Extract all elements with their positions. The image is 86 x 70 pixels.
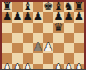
square-e6[interactable]: [43, 23, 53, 33]
black-pawn-h7[interactable]: ♟: [74, 12, 84, 22]
white-pawn-e4[interactable]: ♟: [43, 43, 53, 53]
square-d3[interactable]: [33, 53, 43, 63]
square-c5[interactable]: [23, 33, 33, 43]
square-b7[interactable]: ♟: [12, 12, 22, 22]
white-pawn-h2[interactable]: ♟: [74, 63, 84, 69]
square-f4[interactable]: [53, 43, 63, 53]
square-e3[interactable]: [43, 53, 53, 63]
square-a5[interactable]: [2, 33, 12, 43]
ghost-black-pawn-d4[interactable]: ♟: [33, 43, 43, 53]
square-e4[interactable]: ♟: [43, 43, 53, 53]
square-a4[interactable]: [2, 43, 12, 53]
square-c6[interactable]: [23, 23, 33, 33]
square-b4[interactable]: [12, 43, 22, 53]
square-f6[interactable]: ♛: [53, 23, 63, 33]
square-g7[interactable]: ♟: [64, 12, 74, 22]
black-pawn-d7[interactable]: ♟: [33, 12, 43, 22]
square-a2[interactable]: ♟: [2, 64, 12, 70]
square-h2[interactable]: ♟: [74, 64, 84, 70]
white-pawn-f2[interactable]: ♟: [53, 63, 63, 69]
square-c7[interactable]: ♟: [23, 12, 33, 22]
black-pawn-g7[interactable]: ♟: [64, 12, 74, 22]
white-pawn-g2[interactable]: ♟: [64, 63, 74, 69]
chess-board: ♜♝♚♝♞♜♟♟♟♟♟♟♟♛♟♟♟♟♟♟♟♟: [2, 2, 84, 69]
square-g6[interactable]: [64, 23, 74, 33]
square-f5[interactable]: [53, 33, 63, 43]
square-e8[interactable]: ♚: [43, 2, 53, 12]
square-a6[interactable]: [2, 23, 12, 33]
square-e7[interactable]: [43, 12, 53, 22]
black-king-e8[interactable]: ♚: [43, 2, 53, 12]
square-h7[interactable]: ♟: [74, 12, 84, 22]
square-g2[interactable]: ♟: [64, 64, 74, 70]
chess-app: ♜♝♚♝♞♜♟♟♟♟♟♟♟♛♟♟♟♟♟♟♟♟: [0, 0, 86, 69]
square-f2[interactable]: ♟: [53, 64, 63, 70]
black-queen-f6[interactable]: ♛: [53, 22, 63, 32]
square-b2[interactable]: ♟: [12, 64, 22, 70]
square-d7[interactable]: ♟: [33, 12, 43, 22]
square-h5[interactable]: [74, 33, 84, 43]
white-pawn-b2[interactable]: ♟: [12, 63, 22, 69]
black-pawn-c7[interactable]: ♟: [23, 12, 33, 22]
square-d2[interactable]: [33, 64, 43, 70]
square-h6[interactable]: [74, 23, 84, 33]
square-g4[interactable]: [64, 43, 74, 53]
square-e2[interactable]: [43, 64, 53, 70]
square-h4[interactable]: [74, 43, 84, 53]
square-c4[interactable]: [23, 43, 33, 53]
square-c2[interactable]: ♟: [23, 64, 33, 70]
white-pawn-a2[interactable]: ♟: [2, 63, 12, 69]
square-d6[interactable]: [33, 23, 43, 33]
square-g5[interactable]: [64, 33, 74, 43]
square-b5[interactable]: [12, 33, 22, 43]
square-a7[interactable]: ♟: [2, 12, 12, 22]
black-pawn-b7[interactable]: ♟: [12, 12, 22, 22]
white-pawn-c2[interactable]: ♟: [23, 63, 33, 69]
square-d4[interactable]: ♟: [33, 43, 43, 53]
black-pawn-a7[interactable]: ♟: [2, 12, 12, 22]
square-b6[interactable]: [12, 23, 22, 33]
